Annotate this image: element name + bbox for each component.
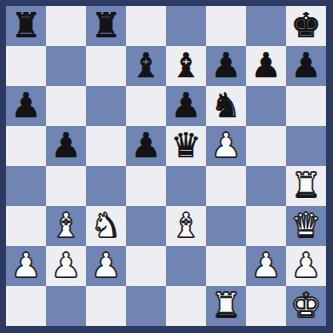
square-d3[interactable] [126,206,166,246]
black-pawn[interactable]: ♟ [11,86,41,125]
square-b5[interactable]: ♟ [46,126,86,166]
square-f8[interactable] [206,6,246,46]
square-c3[interactable]: ♞ [86,206,126,246]
black-pawn[interactable]: ♟ [131,126,161,165]
white-bishop[interactable]: ♝ [51,206,81,245]
square-e1[interactable] [166,286,206,326]
white-knight[interactable]: ♞ [91,206,121,245]
white-pawn[interactable]: ♟ [211,126,241,165]
square-c4[interactable] [86,166,126,206]
black-queen[interactable]: ♛ [171,126,201,165]
square-d5[interactable]: ♟ [126,126,166,166]
board-frame: ♜♜♚♝♝♟♟♟♟♟♞♟♟♛♟♜♝♞♝♛♟♟♟♟♟♜♚ [0,0,333,333]
square-c7[interactable] [86,46,126,86]
square-d8[interactable] [126,6,166,46]
black-pawn[interactable]: ♟ [171,86,201,125]
square-h5[interactable] [286,126,326,166]
black-pawn[interactable]: ♟ [211,46,241,85]
square-f1[interactable]: ♜ [206,286,246,326]
square-g5[interactable] [246,126,286,166]
square-g1[interactable] [246,286,286,326]
square-b3[interactable]: ♝ [46,206,86,246]
black-pawn[interactable]: ♟ [51,126,81,165]
white-pawn[interactable]: ♟ [11,246,41,285]
white-rook[interactable]: ♜ [291,166,321,205]
black-rook[interactable]: ♜ [11,6,41,45]
square-g3[interactable] [246,206,286,246]
white-queen[interactable]: ♛ [291,206,321,245]
white-king[interactable]: ♚ [291,286,321,325]
square-g2[interactable]: ♟ [246,246,286,286]
square-f2[interactable] [206,246,246,286]
square-a8[interactable]: ♜ [6,6,46,46]
white-pawn[interactable]: ♟ [251,246,281,285]
square-b7[interactable] [46,46,86,86]
square-a3[interactable] [6,206,46,246]
square-e2[interactable] [166,246,206,286]
black-pawn[interactable]: ♟ [291,46,321,85]
square-c5[interactable] [86,126,126,166]
square-g7[interactable]: ♟ [246,46,286,86]
square-a6[interactable]: ♟ [6,86,46,126]
square-e6[interactable]: ♟ [166,86,206,126]
square-d6[interactable] [126,86,166,126]
square-e8[interactable] [166,6,206,46]
square-d1[interactable] [126,286,166,326]
square-b8[interactable] [46,6,86,46]
black-rook[interactable]: ♜ [91,6,121,45]
black-knight[interactable]: ♞ [211,86,241,125]
white-rook[interactable]: ♜ [211,286,241,325]
square-g4[interactable] [246,166,286,206]
square-e4[interactable] [166,166,206,206]
square-c6[interactable] [86,86,126,126]
square-e5[interactable]: ♛ [166,126,206,166]
square-e7[interactable]: ♝ [166,46,206,86]
black-pawn[interactable]: ♟ [251,46,281,85]
square-f6[interactable]: ♞ [206,86,246,126]
square-c8[interactable]: ♜ [86,6,126,46]
square-f4[interactable] [206,166,246,206]
square-f5[interactable]: ♟ [206,126,246,166]
square-h3[interactable]: ♛ [286,206,326,246]
square-c2[interactable]: ♟ [86,246,126,286]
square-b1[interactable] [46,286,86,326]
square-a1[interactable] [6,286,46,326]
black-bishop[interactable]: ♝ [171,46,201,85]
square-h8[interactable]: ♚ [286,6,326,46]
square-c1[interactable] [86,286,126,326]
square-h2[interactable]: ♟ [286,246,326,286]
square-h4[interactable]: ♜ [286,166,326,206]
square-d2[interactable] [126,246,166,286]
chess-board: ♜♜♚♝♝♟♟♟♟♟♞♟♟♛♟♜♝♞♝♛♟♟♟♟♟♜♚ [6,6,326,326]
square-g6[interactable] [246,86,286,126]
square-f3[interactable] [206,206,246,246]
square-b2[interactable]: ♟ [46,246,86,286]
square-g8[interactable] [246,6,286,46]
white-bishop[interactable]: ♝ [171,206,201,245]
square-h1[interactable]: ♚ [286,286,326,326]
white-pawn[interactable]: ♟ [91,246,121,285]
black-bishop[interactable]: ♝ [131,46,161,85]
square-e3[interactable]: ♝ [166,206,206,246]
square-a5[interactable] [6,126,46,166]
black-king[interactable]: ♚ [291,6,321,45]
square-b6[interactable] [46,86,86,126]
square-d7[interactable]: ♝ [126,46,166,86]
square-h6[interactable] [286,86,326,126]
white-pawn[interactable]: ♟ [291,246,321,285]
square-a2[interactable]: ♟ [6,246,46,286]
square-a4[interactable] [6,166,46,206]
square-a7[interactable] [6,46,46,86]
square-b4[interactable] [46,166,86,206]
white-pawn[interactable]: ♟ [51,246,81,285]
square-d4[interactable] [126,166,166,206]
square-h7[interactable]: ♟ [286,46,326,86]
square-f7[interactable]: ♟ [206,46,246,86]
